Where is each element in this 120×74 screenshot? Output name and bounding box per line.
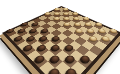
dark-piece (49, 54, 61, 64)
light-piece (84, 22, 93, 27)
dark-piece (40, 28, 49, 34)
light-piece (97, 28, 106, 34)
dark-piece (34, 54, 46, 64)
light-piece (62, 12, 69, 16)
product-photo-stage (0, 0, 120, 74)
light-piece (54, 7, 61, 10)
photo-scene (0, 0, 120, 74)
light-piece (62, 7, 69, 10)
light-piece (82, 16, 90, 20)
dark-piece (36, 44, 47, 52)
dark-piece (14, 35, 24, 42)
light-piece (86, 28, 95, 34)
light-piece (44, 12, 51, 16)
light-piece (53, 12, 60, 16)
light-piece (95, 22, 104, 27)
light-piece (109, 28, 118, 34)
dark-piece (6, 28, 15, 34)
draughts-board (2, 6, 120, 74)
dark-piece (51, 35, 61, 42)
dark-piece (79, 54, 91, 64)
light-piece (72, 12, 79, 16)
dark-piece (48, 66, 62, 74)
dark-piece (29, 28, 38, 34)
dark-piece (31, 22, 40, 27)
dark-piece (21, 22, 30, 27)
dark-piece (17, 28, 26, 34)
light-piece (73, 16, 81, 20)
light-piece (63, 16, 71, 20)
dark-piece (39, 35, 49, 42)
light-piece (53, 16, 61, 20)
light-piece (75, 28, 84, 34)
light-piece (73, 22, 82, 27)
dark-piece (65, 66, 79, 74)
dark-piece (50, 44, 61, 52)
dark-piece (64, 44, 75, 52)
light-piece (101, 35, 111, 42)
dark-piece (23, 44, 34, 52)
